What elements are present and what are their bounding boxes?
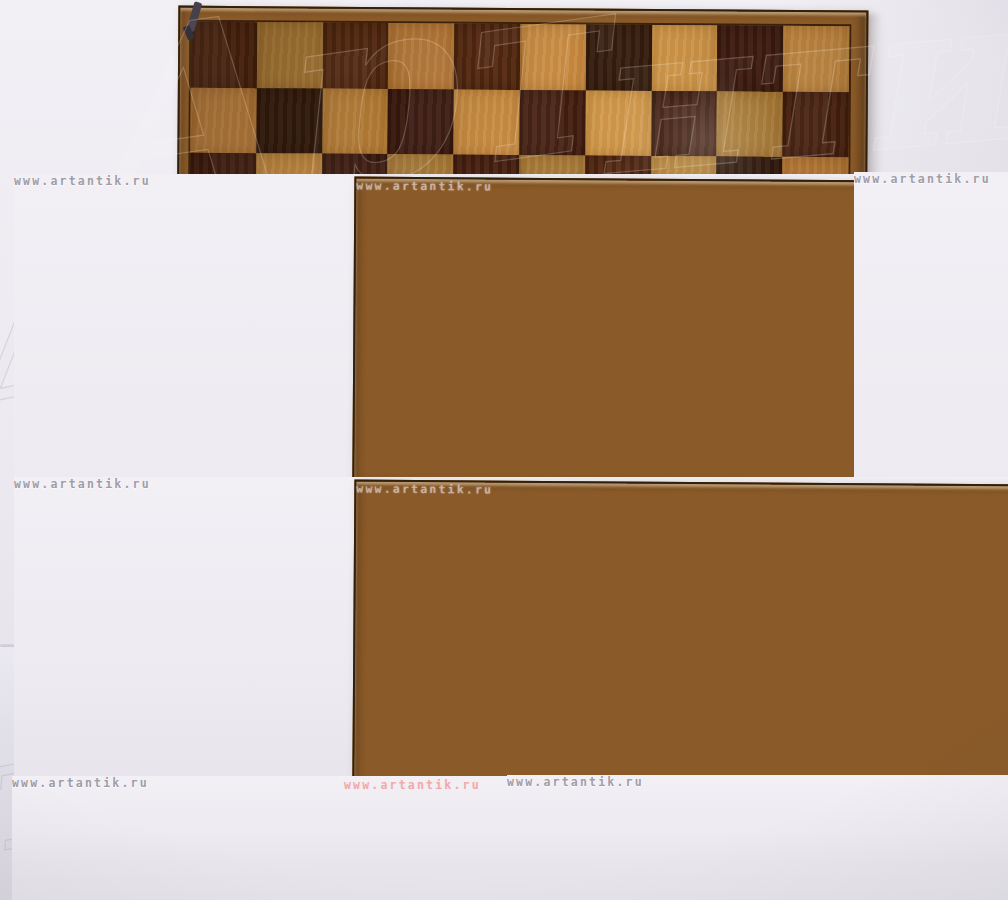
board-square-light (188, 482, 254, 548)
board-square-light (517, 418, 583, 484)
board-square-dark (518, 221, 584, 287)
board-square-dark (585, 156, 651, 222)
board-square-dark (453, 155, 519, 221)
board-square-light (453, 221, 519, 287)
board-square-dark (320, 417, 386, 483)
board-square-light (714, 485, 780, 551)
board-square-light (254, 416, 320, 482)
board-square-light (320, 351, 386, 417)
board-square-light (650, 288, 716, 354)
board-square-dark (322, 23, 388, 89)
board-square-dark (516, 615, 582, 681)
board-square-light (585, 90, 651, 156)
board-square-dark (253, 482, 319, 548)
board-square-light (256, 154, 322, 220)
board-square-light (716, 222, 782, 288)
board-square-light (321, 220, 387, 286)
board-square-light (189, 219, 255, 285)
board-square-light (649, 419, 715, 485)
board-square-dark (387, 220, 453, 286)
board-square-dark (322, 154, 388, 220)
board-square-light (582, 616, 648, 682)
label-number: № 2 (342, 762, 410, 776)
photo-scene: № 2 ABBEY BRITISH MADE CHESS Артнтикнтик… (0, 0, 1008, 900)
board-square-dark (779, 617, 845, 683)
board-square-dark (386, 352, 452, 418)
board-square-light (780, 420, 846, 486)
board-square-dark (451, 418, 517, 484)
board-square-dark (782, 223, 848, 289)
board-square-dark (517, 484, 583, 550)
board-square-dark (583, 419, 649, 485)
board-square-light (783, 26, 849, 92)
board-square-dark (648, 485, 714, 551)
board-square-light (516, 550, 582, 616)
board-square-dark (781, 354, 847, 420)
board-square-light (520, 24, 586, 90)
clasp-hook-icon (182, 0, 208, 48)
board-square-light (713, 617, 779, 683)
board-square-light (583, 353, 649, 419)
board-square-dark (385, 483, 451, 549)
board-square-dark (254, 351, 320, 417)
chess-pieces-box: № 2 ABBEY BRITISH MADE CHESS (100, 560, 520, 900)
board-square-light (582, 484, 648, 550)
board-square-dark (714, 420, 780, 486)
board-square-dark (716, 157, 782, 223)
board-square-dark (518, 352, 584, 418)
board-square-light (322, 88, 388, 154)
board-square-dark (783, 92, 849, 158)
board-square-dark (255, 219, 321, 285)
board-square-light (454, 89, 520, 155)
board-square-dark (256, 88, 322, 154)
board-square-light (715, 354, 781, 420)
board-square-light (717, 91, 783, 157)
board-square-dark (452, 286, 518, 352)
board-square-dark (321, 285, 387, 351)
board-square-light (190, 87, 256, 153)
board-square-dark (647, 616, 713, 682)
board-square-light (257, 22, 323, 88)
board-square-dark (650, 222, 716, 288)
board-square-light (451, 483, 517, 549)
board-square-dark (388, 89, 454, 155)
board-square-dark (717, 25, 783, 91)
board-square-light (651, 25, 717, 91)
board-square-dark (780, 486, 846, 552)
board-square-light (189, 350, 255, 416)
board-square-light (781, 289, 847, 355)
board-square-light (255, 285, 321, 351)
board-square-dark (714, 551, 780, 617)
box-label: № 2 ABBEY BRITISH MADE CHESS (342, 757, 417, 845)
board-square-light (779, 551, 845, 617)
board-square-dark (188, 416, 254, 482)
board-square-dark (651, 91, 717, 157)
board-square-light (319, 482, 385, 548)
board-square-light (584, 222, 650, 288)
board-square-light (519, 155, 585, 221)
board-square-dark (454, 24, 520, 90)
board-square-dark (582, 550, 648, 616)
board-square-dark (584, 287, 650, 353)
board-square-dark (649, 353, 715, 419)
board-square-light (452, 352, 518, 418)
board-square-light (387, 154, 453, 220)
board-square-light (648, 550, 714, 616)
board-square-dark (189, 284, 255, 350)
board-square-light (385, 417, 451, 483)
board-square-light (386, 286, 452, 352)
board-square-dark (715, 288, 781, 354)
board-square-dark (190, 153, 256, 219)
board-square-dark (519, 90, 585, 156)
board-square-dark (586, 24, 652, 90)
board-square-light (651, 156, 717, 222)
board-square-light (388, 23, 454, 89)
board-square-light (518, 287, 584, 353)
board-square-light (782, 157, 848, 223)
